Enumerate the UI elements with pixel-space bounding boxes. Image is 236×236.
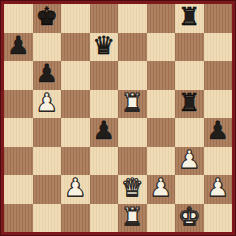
square-d6[interactable]: [90, 61, 119, 90]
square-a5[interactable]: [4, 90, 33, 119]
black-rook-g8[interactable]: ♜︎: [178, 4, 200, 32]
black-rook-g5[interactable]: ♜︎: [178, 90, 200, 118]
square-h1[interactable]: [204, 204, 233, 233]
square-g1[interactable]: ♚︎: [175, 204, 204, 233]
square-d3[interactable]: [90, 147, 119, 176]
black-pawn-b6[interactable]: ♟︎: [36, 61, 58, 89]
square-b5[interactable]: ♟︎: [33, 90, 62, 119]
white-pawn-g3[interactable]: ♟︎: [178, 147, 200, 175]
square-e1[interactable]: ♜︎: [118, 204, 147, 233]
square-f5[interactable]: [147, 90, 176, 119]
square-f7[interactable]: [147, 33, 176, 62]
white-pawn-b5[interactable]: ♟︎: [36, 90, 58, 118]
square-b8[interactable]: ♚︎: [33, 4, 62, 33]
square-a6[interactable]: [4, 61, 33, 90]
square-d4[interactable]: ♟︎: [90, 118, 119, 147]
square-g4[interactable]: [175, 118, 204, 147]
square-b3[interactable]: [33, 147, 62, 176]
square-a3[interactable]: [4, 147, 33, 176]
square-e7[interactable]: [118, 33, 147, 62]
black-queen-d7[interactable]: ♛︎: [93, 33, 115, 61]
square-c6[interactable]: [61, 61, 90, 90]
square-g3[interactable]: ♟︎: [175, 147, 204, 176]
square-d7[interactable]: ♛︎: [90, 33, 119, 62]
square-c2[interactable]: ♟︎: [61, 175, 90, 204]
square-d8[interactable]: [90, 4, 119, 33]
square-d5[interactable]: [90, 90, 119, 119]
square-h2[interactable]: ♟︎: [204, 175, 233, 204]
black-pawn-h4[interactable]: ♟︎: [207, 118, 229, 146]
square-d2[interactable]: [90, 175, 119, 204]
square-g2[interactable]: [175, 175, 204, 204]
square-c3[interactable]: [61, 147, 90, 176]
square-h3[interactable]: [204, 147, 233, 176]
chess-board: ♚︎♜︎♟︎♛︎♟︎♟︎♜︎♜︎♟︎♟︎♟︎♟︎♛︎♟︎♟︎♜︎♚︎: [4, 4, 232, 232]
square-e4[interactable]: [118, 118, 147, 147]
white-rook-e1[interactable]: ♜︎: [121, 204, 143, 232]
square-b6[interactable]: ♟︎: [33, 61, 62, 90]
square-e2[interactable]: ♛︎: [118, 175, 147, 204]
square-c8[interactable]: [61, 4, 90, 33]
square-d1[interactable]: [90, 204, 119, 233]
white-pawn-f2[interactable]: ♟︎: [150, 175, 172, 203]
square-c1[interactable]: [61, 204, 90, 233]
square-a7[interactable]: ♟︎: [4, 33, 33, 62]
square-f8[interactable]: [147, 4, 176, 33]
black-pawn-d4[interactable]: ♟︎: [93, 118, 115, 146]
square-f3[interactable]: [147, 147, 176, 176]
square-e5[interactable]: ♜︎: [118, 90, 147, 119]
white-queen-e2[interactable]: ♛︎: [121, 175, 143, 203]
square-g5[interactable]: ♜︎: [175, 90, 204, 119]
white-king-g1[interactable]: ♚︎: [178, 204, 200, 232]
board-frame: ♚︎♜︎♟︎♛︎♟︎♟︎♜︎♜︎♟︎♟︎♟︎♟︎♛︎♟︎♟︎♜︎♚︎: [0, 0, 236, 236]
square-f2[interactable]: ♟︎: [147, 175, 176, 204]
square-b1[interactable]: [33, 204, 62, 233]
square-h5[interactable]: [204, 90, 233, 119]
white-pawn-c2[interactable]: ♟︎: [64, 175, 86, 203]
square-c5[interactable]: [61, 90, 90, 119]
square-b2[interactable]: [33, 175, 62, 204]
white-rook-e5[interactable]: ♜︎: [121, 90, 143, 118]
square-a8[interactable]: [4, 4, 33, 33]
square-f6[interactable]: [147, 61, 176, 90]
square-f1[interactable]: [147, 204, 176, 233]
square-h6[interactable]: [204, 61, 233, 90]
square-h8[interactable]: [204, 4, 233, 33]
square-e3[interactable]: [118, 147, 147, 176]
black-king-b8[interactable]: ♚︎: [36, 4, 58, 32]
square-c4[interactable]: [61, 118, 90, 147]
square-h4[interactable]: ♟︎: [204, 118, 233, 147]
square-a4[interactable]: [4, 118, 33, 147]
square-c7[interactable]: [61, 33, 90, 62]
square-a1[interactable]: [4, 204, 33, 233]
square-a2[interactable]: [4, 175, 33, 204]
square-e6[interactable]: [118, 61, 147, 90]
square-h7[interactable]: [204, 33, 233, 62]
black-pawn-a7[interactable]: ♟︎: [7, 33, 29, 61]
square-b7[interactable]: [33, 33, 62, 62]
square-e8[interactable]: [118, 4, 147, 33]
square-g6[interactable]: [175, 61, 204, 90]
square-f4[interactable]: [147, 118, 176, 147]
square-g8[interactable]: ♜︎: [175, 4, 204, 33]
white-pawn-h2[interactable]: ♟︎: [207, 175, 229, 203]
square-g7[interactable]: [175, 33, 204, 62]
square-b4[interactable]: [33, 118, 62, 147]
